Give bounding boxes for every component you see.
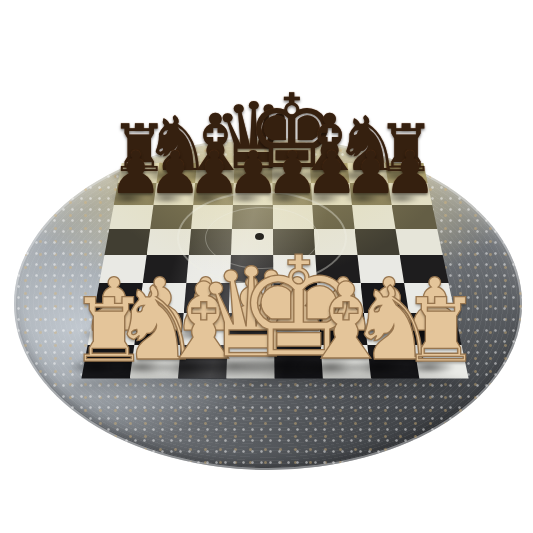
photo-scene: ♜♞♝♛♚♝♞♜♟♟♟♟♟♟♟♟♟♟♟♟♟♟♟♟♜♞♝♛♚♝♞♜ bbox=[0, 0, 533, 533]
piece-black-pawn-h7[interactable]: ♟ bbox=[383, 143, 436, 202]
pieces-layer: ♜♞♝♛♚♝♞♜♟♟♟♟♟♟♟♟♟♟♟♟♟♟♟♟♜♞♝♛♚♝♞♜ bbox=[0, 0, 533, 533]
piece-white-rook-h1[interactable]: ♜ bbox=[401, 286, 480, 374]
